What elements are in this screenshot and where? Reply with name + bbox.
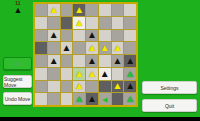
- black-pawn: ▲: [112, 55, 122, 65]
- square-r7c7[interactable]: ▲: [112, 81, 124, 93]
- square-r6c7[interactable]: [112, 68, 124, 80]
- square-r2c8[interactable]: [124, 17, 136, 29]
- square-r2c7[interactable]: [112, 17, 124, 29]
- square-r5c3[interactable]: [61, 55, 73, 67]
- square-r1c2[interactable]: ▲: [48, 4, 60, 16]
- square-r5c7[interactable]: ▲: [112, 55, 124, 67]
- square-r6c3[interactable]: [61, 68, 73, 80]
- square-r5c8[interactable]: ▲: [124, 55, 136, 67]
- suggest-move-button[interactable]: Suggest Move: [3, 75, 32, 88]
- square-r7c8[interactable]: ▲: [124, 81, 136, 93]
- green-pawn: ▲: [125, 94, 135, 104]
- black-pawn: ▲: [49, 55, 59, 65]
- square-r3c1[interactable]: [35, 30, 47, 42]
- square-r4c4[interactable]: [73, 42, 85, 54]
- square-r1c8[interactable]: [124, 4, 136, 16]
- square-r8c2[interactable]: [48, 93, 60, 105]
- square-r8c1[interactable]: [35, 93, 47, 105]
- square-r5c2[interactable]: ▲: [48, 55, 60, 67]
- square-r4c3[interactable]: ▲: [61, 42, 73, 54]
- square-r8c7[interactable]: [112, 93, 124, 105]
- game-board: ▲▲▲▲▲▲▲▲▲▲▲▲▲▲▲▲▲▲▲▲▲▲◀▲: [33, 2, 138, 107]
- square-r7c3[interactable]: [61, 81, 73, 93]
- square-r1c5[interactable]: [86, 4, 98, 16]
- square-r4c2[interactable]: [48, 42, 60, 54]
- square-r6c6[interactable]: ▲: [99, 68, 111, 80]
- square-r4c8[interactable]: [124, 42, 136, 54]
- yellow-pawn: ▲: [112, 43, 122, 53]
- square-r7c2[interactable]: [48, 81, 60, 93]
- square-r2c4[interactable]: ▲: [73, 17, 85, 29]
- square-r4c7[interactable]: ▲: [112, 42, 124, 54]
- black-pawn-turn-icon: ▲: [8, 6, 28, 15]
- square-r7c6[interactable]: [99, 81, 111, 93]
- square-r1c7[interactable]: [112, 4, 124, 16]
- square-r7c4[interactable]: ▲: [73, 81, 85, 93]
- settings-button[interactable]: Settings: [142, 81, 197, 94]
- green-pawn: ▲: [74, 94, 84, 104]
- yellow-pawn: ▲: [112, 81, 122, 91]
- square-r3c6[interactable]: [99, 30, 111, 42]
- square-r2c1[interactable]: [35, 17, 47, 29]
- square-r5c5[interactable]: ▲: [86, 55, 98, 67]
- yellow-pawn: ▲: [74, 68, 84, 78]
- square-r4c6[interactable]: ▲: [99, 42, 111, 54]
- square-r4c1[interactable]: [35, 42, 47, 54]
- black-pawn: ▲: [125, 81, 135, 91]
- square-r3c5[interactable]: ▲: [86, 30, 98, 42]
- square-r3c8[interactable]: [124, 30, 136, 42]
- yellow-pawn: ▲: [74, 17, 84, 27]
- square-r5c4[interactable]: [73, 55, 85, 67]
- green-pawn: ▲: [125, 68, 135, 78]
- black-pawn: ▲: [125, 55, 135, 65]
- black-pawn: ▲: [87, 94, 97, 104]
- square-r6c8[interactable]: ▲: [124, 68, 136, 80]
- square-r2c2[interactable]: [48, 17, 60, 29]
- square-r5c1[interactable]: [35, 55, 47, 67]
- black-pawn: ▲: [87, 30, 97, 40]
- square-r7c1[interactable]: [35, 81, 47, 93]
- square-r5c6[interactable]: [99, 55, 111, 67]
- square-r4c5[interactable]: ▲: [86, 42, 98, 54]
- square-r6c1[interactable]: [35, 68, 47, 80]
- yellow-pawn: ▲: [49, 4, 59, 14]
- square-r3c3[interactable]: [61, 30, 73, 42]
- yellow-pawn: ▲: [100, 43, 110, 53]
- undo-move-button[interactable]: Undo Move: [3, 92, 32, 105]
- square-r3c4[interactable]: [73, 30, 85, 42]
- square-r7c5[interactable]: [86, 81, 98, 93]
- square-r6c5[interactable]: ▲: [86, 68, 98, 80]
- square-r1c1[interactable]: [35, 4, 47, 16]
- black-pawn: ▲: [61, 43, 71, 53]
- green-left-arrow-icon: ◀: [102, 96, 107, 103]
- square-r6c4[interactable]: ▲: [73, 68, 85, 80]
- square-r1c3[interactable]: [61, 4, 73, 16]
- yellow-pawn: ▲: [87, 43, 97, 53]
- square-r8c6[interactable]: ◀: [99, 93, 111, 105]
- square-r3c7[interactable]: [112, 30, 124, 42]
- yellow-pawn: ▲: [74, 81, 84, 91]
- bottom-black-bar: [0, 117, 200, 121]
- ok-button[interactable]: Ok: [3, 57, 32, 70]
- black-pawn: ▲: [49, 30, 59, 40]
- square-r3c2[interactable]: ▲: [48, 30, 60, 42]
- turn-indicator: 11 ▲: [8, 0, 28, 15]
- square-r1c6[interactable]: [99, 4, 111, 16]
- square-r2c6[interactable]: [99, 17, 111, 29]
- square-r8c3[interactable]: [61, 93, 73, 105]
- quit-button[interactable]: Quit: [142, 99, 197, 112]
- square-r8c4[interactable]: ▲: [73, 93, 85, 105]
- square-r6c2[interactable]: [48, 68, 60, 80]
- black-pawn: ▲: [87, 55, 97, 65]
- yellow-pawn: ▲: [74, 4, 84, 14]
- black-pawn: ▲: [100, 68, 110, 78]
- yellow-pawn: ▲: [87, 68, 97, 78]
- square-r8c5[interactable]: ▲: [86, 93, 98, 105]
- square-r8c8[interactable]: ▲: [124, 93, 136, 105]
- square-r2c3[interactable]: [61, 17, 73, 29]
- square-r2c5[interactable]: [86, 17, 98, 29]
- square-r1c4[interactable]: ▲: [73, 4, 85, 16]
